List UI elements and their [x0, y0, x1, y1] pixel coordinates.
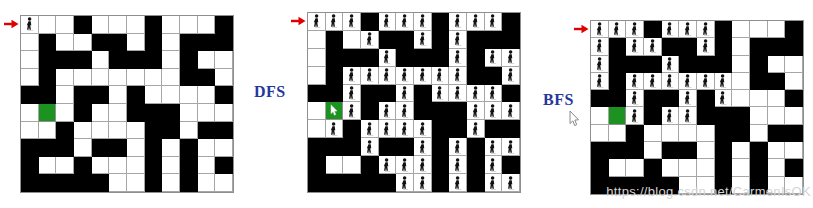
maze-dfs-cell-r8c10: [485, 156, 503, 174]
maze-start-cell-r8c4: [92, 157, 110, 175]
maze-dfs-cell-r4c7: [432, 85, 450, 103]
maze-bfs-cell-r7c0: [591, 142, 609, 159]
maze-bfs-cell-r3c2: [626, 73, 644, 90]
maze-start-cell-r4c11: [215, 86, 233, 104]
maze-start-cell-r3c3: [74, 69, 92, 87]
person-figure-icon: [452, 50, 463, 64]
maze-start-cell-r7c9: [180, 139, 198, 157]
maze-start-cell-r7c10: [198, 139, 216, 157]
person-figure-icon: [399, 122, 410, 136]
maze-dfs-cell-r7c1: [326, 138, 344, 156]
maze-start-cell-r6c0: [21, 122, 39, 140]
maze-bfs-cell-r4c5: [679, 90, 697, 107]
dfs-label: DFS: [254, 83, 286, 101]
person-figure-icon: [417, 122, 428, 136]
maze-dfs-cell-r2c5: [396, 49, 414, 67]
maze-dfs-cell-r9c4: [379, 174, 397, 192]
maze-dfs-cell-r5c0: [308, 102, 326, 120]
person-figure-icon: [647, 74, 658, 88]
person-figure-icon: [611, 22, 622, 36]
maze-bfs-cell-r8c8: [732, 159, 750, 176]
maze-dfs-cell-r0c9: [467, 13, 485, 31]
maze-start-cell-r8c7: [145, 157, 163, 175]
maze-dfs-cell-r6c4: [379, 120, 397, 138]
person-figure-icon: [470, 104, 481, 118]
person-figure-icon: [700, 74, 711, 88]
maze-grid-dfs: [307, 12, 521, 193]
maze-bfs-cell-r5c8: [732, 107, 750, 124]
maze-bfs-cell-r8c0: [591, 159, 609, 176]
maze-dfs-cell-r9c7: [432, 174, 450, 192]
maze-bfs-cell-r7c5: [679, 142, 697, 159]
maze-bfs-cell-r1c3: [644, 38, 662, 55]
maze-bfs-cell-r3c4: [662, 73, 680, 90]
maze-dfs-cell-r1c6: [414, 31, 432, 49]
maze-dfs-cell-r6c9: [467, 120, 485, 138]
maze-start-cell-r0c3: [74, 16, 92, 34]
person-figure-icon: [346, 68, 357, 82]
maze-start-cell-r3c2: [56, 69, 74, 87]
maze-start-cell-r4c5: [109, 86, 127, 104]
maze-start-cell-r1c1: [39, 34, 57, 52]
maze-grid-start: [20, 15, 234, 193]
maze-dfs-cell-r0c8: [449, 13, 467, 31]
maze-bfs-cell-r2c3: [644, 56, 662, 73]
maze-bfs-cell-r2c7: [715, 56, 733, 73]
maze-start-cell-r9c1: [39, 174, 57, 192]
person-figure-icon: [487, 86, 498, 100]
maze-dfs-cell-r5c11: [502, 102, 520, 120]
maze-start-cell-r5c11: [215, 104, 233, 122]
maze-start-cell-r7c5: [109, 139, 127, 157]
maze-dfs-cell-r8c3: [361, 156, 379, 174]
maze-dfs-cell-r8c11: [502, 156, 520, 174]
maze-dfs-cell-r2c8: [449, 49, 467, 67]
maze-start-cell-r8c0: [21, 157, 39, 175]
maze-dfs-cell-r2c3: [361, 49, 379, 67]
person-figure-icon: [381, 158, 392, 172]
maze-start-cell-r8c11: [215, 157, 233, 175]
maze-dfs-cell-r1c2: [343, 31, 361, 49]
maze-bfs-cell-r8c6: [697, 159, 715, 176]
maze-start-cell-r3c7: [145, 69, 163, 87]
maze-bfs-cell-r3c5: [679, 73, 697, 90]
maze-bfs-cell-r8c5: [679, 159, 697, 176]
maze-dfs-cell-r5c3: [361, 102, 379, 120]
maze-bfs-cell-r2c9: [750, 56, 768, 73]
maze-bfs-cell-r8c9: [750, 159, 768, 176]
maze-start-cell-r5c7: [145, 104, 163, 122]
maze-start-cell-r8c6: [127, 157, 145, 175]
maze-dfs-cell-r2c2: [343, 49, 361, 67]
maze-bfs-cell-r8c11: [785, 159, 803, 176]
person-figure-icon: [717, 74, 728, 88]
maze-bfs-cell-r6c5: [679, 125, 697, 142]
maze-bfs-cell-r2c5: [679, 56, 697, 73]
maze-start-cell-r4c10: [198, 86, 216, 104]
maze-bfs-cell-r7c11: [785, 142, 803, 159]
person-figure-icon: [629, 109, 640, 123]
maze-dfs-cell-r4c4: [379, 85, 397, 103]
maze-dfs-cell-r0c1: [326, 13, 344, 31]
maze-bfs-cell-r5c1: [609, 107, 627, 124]
maze-start-cell-r2c4: [92, 51, 110, 69]
maze-dfs-cell-r1c10: [485, 31, 503, 49]
maze-start-cell-r1c11: [215, 34, 233, 52]
maze-start-cell-r4c2: [56, 86, 74, 104]
maze-bfs-cell-r4c7: [715, 90, 733, 107]
maze-dfs-cell-r4c5: [396, 85, 414, 103]
maze-start-cell-r7c1: [39, 139, 57, 157]
maze-bfs-cell-r0c7: [715, 21, 733, 38]
person-figure-icon: [629, 22, 640, 36]
maze-start-cell-r7c3: [74, 139, 92, 157]
maze-bfs-cell-r3c3: [644, 73, 662, 90]
maze-start-cell-r2c9: [180, 51, 198, 69]
maze-bfs-cell-r5c11: [785, 107, 803, 124]
maze-start-cell-r4c8: [162, 86, 180, 104]
maze-dfs-cell-r5c10: [485, 102, 503, 120]
maze-dfs-cell-r9c1: [326, 174, 344, 192]
maze-start-cell-r6c3: [74, 122, 92, 140]
maze-dfs-cell-r8c0: [308, 156, 326, 174]
maze-start-cell-r0c5: [109, 16, 127, 34]
maze-start-cell-r0c9: [180, 16, 198, 34]
maze-dfs-cell-r3c3: [361, 67, 379, 85]
maze-bfs-cell-r0c4: [662, 21, 680, 38]
maze-start-cell-r8c3: [74, 157, 92, 175]
maze-dfs-cell-r0c10: [485, 13, 503, 31]
maze-bfs-cell-r4c0: [591, 90, 609, 107]
person-figure-icon: [328, 122, 339, 136]
person-figure-icon: [664, 22, 675, 36]
maze-bfs-cell-r2c4: [662, 56, 680, 73]
maze-start-cell-r2c3: [74, 51, 92, 69]
maze-bfs-cell-r4c8: [732, 90, 750, 107]
person-figure-icon: [452, 14, 463, 28]
maze-start-cell-r5c6: [127, 104, 145, 122]
maze-dfs-cell-r8c9: [467, 156, 485, 174]
maze-bfs-cell-r8c2: [626, 159, 644, 176]
maze-start-cell-r2c10: [198, 51, 216, 69]
maze-start-cell-r3c8: [162, 69, 180, 87]
person-figure-icon: [664, 109, 675, 123]
person-figure-icon: [381, 68, 392, 82]
maze-bfs-cell-r0c9: [750, 21, 768, 38]
maze-dfs-cell-r3c11: [502, 67, 520, 85]
maze-dfs-cell-r9c10: [485, 174, 503, 192]
maze-start-cell-r9c2: [56, 174, 74, 192]
maze-dfs-cell-r4c0: [308, 85, 326, 103]
maze-bfs-cell-r2c1: [609, 56, 627, 73]
maze-start-cell-r2c2: [56, 51, 74, 69]
maze-bfs-cell-r6c3: [644, 125, 662, 142]
maze-bfs-cell-r0c5: [679, 21, 697, 38]
person-figure-icon: [417, 68, 428, 82]
maze-dfs-cell-r5c7: [432, 102, 450, 120]
maze-start-cell-r6c2: [56, 122, 74, 140]
maze-start-cell-r1c8: [162, 34, 180, 52]
maze-start-cell-r4c0: [21, 86, 39, 104]
maze-start-cell-r1c9: [180, 34, 198, 52]
person-figure-icon: [417, 176, 428, 190]
person-figure-icon: [399, 68, 410, 82]
person-figure-icon: [346, 14, 357, 28]
maze-start-cell-r0c10: [198, 16, 216, 34]
maze-dfs-cell-r5c8: [449, 102, 467, 120]
person-figure-icon: [452, 32, 463, 46]
person-figure-icon: [487, 176, 498, 190]
maze-bfs-cell-r0c1: [609, 21, 627, 38]
maze-dfs-cell-r8c7: [432, 156, 450, 174]
maze-bfs-cell-r6c10: [768, 125, 786, 142]
maze-dfs-cell-r7c3: [361, 138, 379, 156]
maze-dfs-cell-r6c1: [326, 120, 344, 138]
person-figure-icon: [399, 158, 410, 172]
maze-dfs-cell-r3c5: [396, 67, 414, 85]
maze-dfs-cell-r6c7: [432, 120, 450, 138]
maze-dfs-cell-r8c4: [379, 156, 397, 174]
person-figure-icon: [487, 158, 498, 172]
maze-bfs-cell-r1c2: [626, 38, 644, 55]
entry-arrow-icon: [574, 24, 589, 34]
maze-bfs-cell-r0c0: [591, 21, 609, 38]
person-figure-icon: [505, 68, 516, 82]
person-figure-icon: [717, 91, 728, 105]
person-figure-icon: [682, 109, 693, 123]
maze-start-cell-r4c1: [39, 86, 57, 104]
maze-start-cell-r7c6: [127, 139, 145, 157]
maze-bfs-cell-r1c7: [715, 38, 733, 55]
maze-bfs-cell-r6c4: [662, 125, 680, 142]
maze-start-cell-r4c6: [127, 86, 145, 104]
maze-start-cell-r1c6: [127, 34, 145, 52]
person-figure-icon: [487, 50, 498, 64]
maze-start-cell-r6c8: [162, 122, 180, 140]
maze-bfs-cell-r5c5: [679, 107, 697, 124]
maze-start-cell-r5c4: [92, 104, 110, 122]
maze-bfs-cell-r1c11: [785, 38, 803, 55]
maze-bfs-cell-r6c0: [591, 125, 609, 142]
maze-bfs-cell-r7c4: [662, 142, 680, 159]
maze-bfs-cell-r2c0: [591, 56, 609, 73]
person-figure-icon: [381, 14, 392, 28]
maze-dfs-cell-r2c11: [502, 49, 520, 67]
person-figure-icon: [594, 22, 605, 36]
maze-bfs-cell-r4c9: [750, 90, 768, 107]
maze-dfs-cell-r7c10: [485, 138, 503, 156]
maze-dfs-cell-r3c2: [343, 67, 361, 85]
maze-start-cell-r7c2: [56, 139, 74, 157]
maze-dfs-cell-r4c6: [414, 85, 432, 103]
maze-start-cell-r1c2: [56, 34, 74, 52]
maze-dfs-cell-r7c8: [449, 138, 467, 156]
maze-dfs-cell-r7c2: [343, 138, 361, 156]
maze-dfs-cell-r8c8: [449, 156, 467, 174]
maze-start-cell-r3c11: [215, 69, 233, 87]
maze-bfs-cell-r1c0: [591, 38, 609, 55]
maze-bfs-cell-r5c9: [750, 107, 768, 124]
person-figure-icon: [700, 39, 711, 53]
maze-start-cell-r6c10: [198, 122, 216, 140]
maze-start-cell-r5c1: [39, 104, 57, 122]
person-figure-icon: [399, 14, 410, 28]
bfs-label: BFS: [543, 91, 574, 109]
maze-bfs-cell-r3c1: [609, 73, 627, 90]
maze-dfs-cell-r1c1: [326, 31, 344, 49]
maze-bfs-cell-r5c3: [644, 107, 662, 124]
maze-dfs-cell-r3c1: [326, 67, 344, 85]
maze-start-cell-r4c9: [180, 86, 198, 104]
maze-start-cell-r3c1: [39, 69, 57, 87]
maze-start-cell-r8c2: [56, 157, 74, 175]
maze-bfs-cell-r3c6: [697, 73, 715, 90]
person-figure-icon: [452, 86, 463, 100]
maze-dfs-cell-r2c1: [326, 49, 344, 67]
person-figure-icon: [629, 39, 640, 53]
person-figure-icon: [364, 122, 375, 136]
maze-start-cell-r1c10: [198, 34, 216, 52]
maze-start-cell-r4c4: [92, 86, 110, 104]
maze-dfs-cell-r4c11: [502, 85, 520, 103]
maze-bfs-cell-r8c7: [715, 159, 733, 176]
maze-start-cell-r7c8: [162, 139, 180, 157]
maze-start-cell-r2c6: [127, 51, 145, 69]
person-figure-icon: [647, 39, 658, 53]
person-figure-icon: [381, 50, 392, 64]
maze-start-cell-r6c1: [39, 122, 57, 140]
mouse-cursor-icon: [329, 104, 338, 117]
maze-dfs-cell-r0c5: [396, 13, 414, 31]
person-figure-icon: [434, 68, 445, 82]
maze-start-cell-r9c3: [74, 174, 92, 192]
maze-dfs-cell-r5c2: [343, 102, 361, 120]
maze-dfs-cell-r6c5: [396, 120, 414, 138]
maze-dfs-cell-r3c7: [432, 67, 450, 85]
maze-dfs-cell-r2c4: [379, 49, 397, 67]
maze-start-cell-r5c5: [109, 104, 127, 122]
maze-dfs-cell-r0c6: [414, 13, 432, 31]
maze-bfs-cell-r2c8: [732, 56, 750, 73]
maze-dfs-cell-r3c9: [467, 67, 485, 85]
maze-bfs-cell-r0c6: [697, 21, 715, 38]
mouse-cursor-icon: [567, 110, 580, 128]
maze-bfs-cell-r0c3: [644, 21, 662, 38]
person-figure-icon: [452, 140, 463, 154]
maze-start-cell-r6c5: [109, 122, 127, 140]
person-figure-icon: [364, 68, 375, 82]
maze-start-cell-r7c4: [92, 139, 110, 157]
maze-start-cell-r8c5: [109, 157, 127, 175]
maze-start-cell-r1c0: [21, 34, 39, 52]
maze-dfs-cell-r7c7: [432, 138, 450, 156]
maze-dfs-cell-r7c9: [467, 138, 485, 156]
maze-dfs-cell-r3c4: [379, 67, 397, 85]
person-figure-icon: [505, 140, 516, 154]
maze-dfs-cell-r6c11: [502, 120, 520, 138]
maze-bfs-cell-r0c2: [626, 21, 644, 38]
person-figure-icon: [24, 17, 35, 31]
maze-bfs-cell-r3c11: [785, 73, 803, 90]
maze-bfs-cell-r0c11: [785, 21, 803, 38]
maze-dfs-cell-r1c4: [379, 31, 397, 49]
maze-bfs-cell-r5c2: [626, 107, 644, 124]
maze-start-cell-r3c6: [127, 69, 145, 87]
maze-dfs-cell-r7c11: [502, 138, 520, 156]
person-figure-icon: [664, 57, 675, 71]
maze-start-cell-r5c0: [21, 104, 39, 122]
maze-bfs-cell-r8c3: [644, 159, 662, 176]
person-figure-icon: [364, 32, 375, 46]
maze-start-cell-r0c8: [162, 16, 180, 34]
maze-dfs-cell-r0c2: [343, 13, 361, 31]
maze-start-cell-r6c6: [127, 122, 145, 140]
entry-arrow-icon: [291, 16, 306, 26]
maze-bfs-cell-r5c4: [662, 107, 680, 124]
person-figure-icon: [417, 14, 428, 28]
maze-bfs-cell-r5c6: [697, 107, 715, 124]
maze-start-cell-r3c9: [180, 69, 198, 87]
maze-bfs-cell-r6c6: [697, 125, 715, 142]
maze-start-cell-r1c3: [74, 34, 92, 52]
person-figure-icon: [505, 176, 516, 190]
maze-dfs-cell-r6c2: [343, 120, 361, 138]
person-figure-icon: [629, 91, 640, 105]
maze-dfs-cell-r9c3: [361, 174, 379, 192]
maze-start-cell-r4c3: [74, 86, 92, 104]
maze-start-cell-r9c7: [145, 174, 163, 192]
maze-start-cell-r4c7: [145, 86, 163, 104]
maze-bfs-cell-r4c3: [644, 90, 662, 107]
maze-bfs-cell-r6c1: [609, 125, 627, 142]
person-figure-icon: [505, 50, 516, 64]
person-figure-icon: [629, 74, 640, 88]
maze-dfs-cell-r1c8: [449, 31, 467, 49]
maze-bfs-cell-r7c6: [697, 142, 715, 159]
maze-start-cell-r0c1: [39, 16, 57, 34]
maze-bfs-cell-r1c1: [609, 38, 627, 55]
person-figure-icon: [417, 140, 428, 154]
maze-dfs-cell-r0c7: [432, 13, 450, 31]
maze-bfs-cell-r7c8: [732, 142, 750, 159]
maze-bfs-cell-r6c2: [626, 125, 644, 142]
person-figure-icon: [452, 68, 463, 82]
person-figure-icon: [470, 86, 481, 100]
person-figure-icon: [470, 14, 481, 28]
maze-bfs-cell-r4c10: [768, 90, 786, 107]
maze-start-cell-r9c8: [162, 174, 180, 192]
person-figure-icon: [682, 91, 693, 105]
maze-start-cell-r0c2: [56, 16, 74, 34]
maze-dfs-cell-r2c9: [467, 49, 485, 67]
maze-start-cell-r2c8: [162, 51, 180, 69]
maze-bfs-cell-r5c0: [591, 107, 609, 124]
maze-start-cell-r8c9: [180, 157, 198, 175]
maze-start-cell-r9c6: [127, 174, 145, 192]
person-figure-icon: [311, 14, 322, 28]
maze-dfs-cell-r5c6: [414, 102, 432, 120]
maze-dfs-cell-r4c9: [467, 85, 485, 103]
maze-start-cell-r5c9: [180, 104, 198, 122]
maze-grid-bfs: [590, 20, 804, 195]
maze-dfs-cell-r6c8: [449, 120, 467, 138]
maze-start-cell-r9c0: [21, 174, 39, 192]
maze-start-cell-r3c5: [109, 69, 127, 87]
maze-dfs-cell-r0c11: [502, 13, 520, 31]
maze-dfs-cell-r0c0: [308, 13, 326, 31]
maze-dfs-cell-r3c8: [449, 67, 467, 85]
maze-start-cell-r7c7: [145, 139, 163, 157]
